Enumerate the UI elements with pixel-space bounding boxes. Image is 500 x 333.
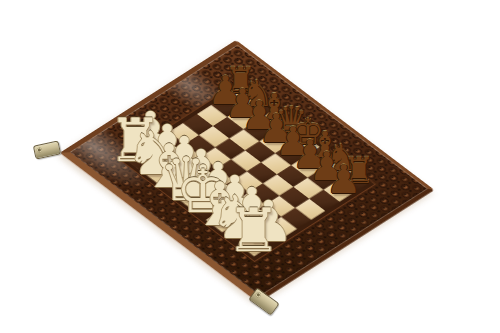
piece-black-pawn-h7[interactable]: ♟	[326, 160, 361, 199]
piece-white-rook-h1[interactable]: ♜	[227, 201, 281, 261]
product-photo-scene: ♜♞♝♛♚♝♞♜♟♟♟♟♟♟♟♟♟♟♟♟♟♟♟♟♜♞♝♛♚♝♞♜	[0, 0, 500, 333]
clasp-latch-left-icon	[33, 140, 61, 159]
